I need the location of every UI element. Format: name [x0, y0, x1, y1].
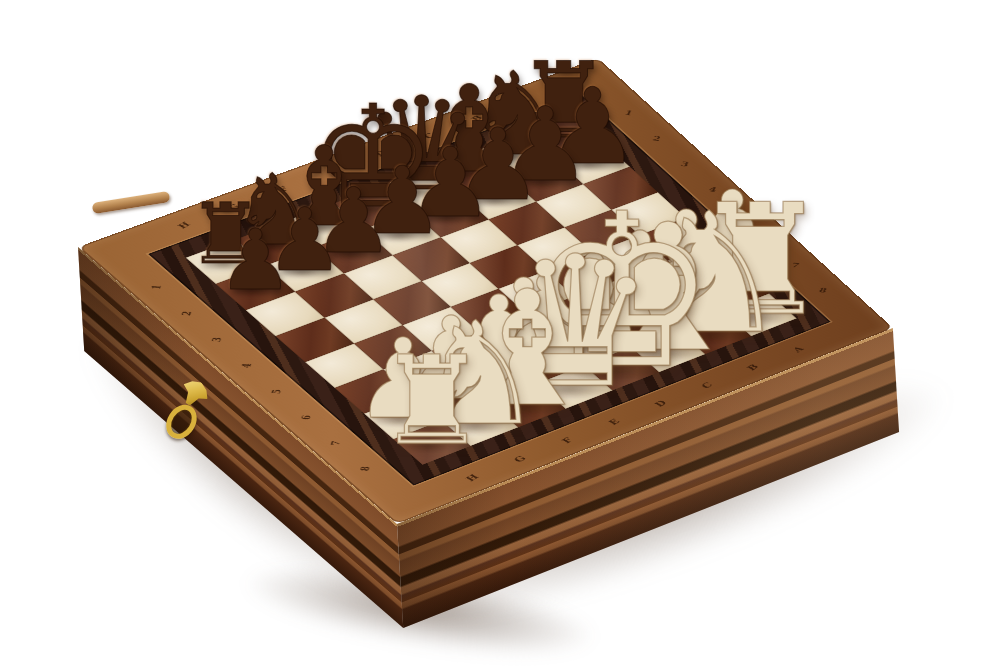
chess-piece-black-pawn[interactable]: ♟ [218, 218, 293, 302]
chess-piece-white-rook[interactable]: ♜ [377, 339, 486, 461]
product-photo-stage: HGFEDCBAHGFEDCBA1234567812345678 ♜♞♝♚♛♝♞… [0, 0, 1000, 666]
wooden-pin [92, 191, 171, 214]
